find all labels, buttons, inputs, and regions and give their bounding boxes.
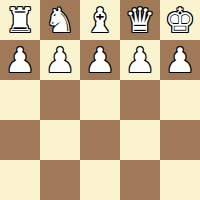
square-e2[interactable]: ♟ xyxy=(160,40,200,80)
square-d5[interactable] xyxy=(120,160,160,200)
square-a5[interactable] xyxy=(0,160,40,200)
square-d1[interactable]: ♛ xyxy=(120,0,160,40)
square-c2[interactable]: ♟ xyxy=(80,40,120,80)
white-knight-piece[interactable]: ♞ xyxy=(45,0,75,40)
square-b4[interactable] xyxy=(40,120,80,160)
square-a4[interactable] xyxy=(0,120,40,160)
square-a2[interactable]: ♟ xyxy=(0,40,40,80)
square-e3[interactable] xyxy=(160,80,200,120)
square-c3[interactable] xyxy=(80,80,120,120)
chess-board: ♜♞♝♛♚♟♟♟♟♟ xyxy=(0,0,200,200)
square-e5[interactable] xyxy=(160,160,200,200)
square-d3[interactable] xyxy=(120,80,160,120)
square-b3[interactable] xyxy=(40,80,80,120)
white-pawn-piece[interactable]: ♟ xyxy=(5,40,35,80)
white-bishop-piece[interactable]: ♝ xyxy=(85,0,115,40)
white-pawn-piece[interactable]: ♟ xyxy=(165,40,195,80)
white-queen-piece[interactable]: ♛ xyxy=(125,0,155,40)
square-e4[interactable] xyxy=(160,120,200,160)
white-king-piece[interactable]: ♚ xyxy=(165,0,195,40)
square-b1[interactable]: ♞ xyxy=(40,0,80,40)
square-d2[interactable]: ♟ xyxy=(120,40,160,80)
square-b2[interactable]: ♟ xyxy=(40,40,80,80)
square-c1[interactable]: ♝ xyxy=(80,0,120,40)
square-a3[interactable] xyxy=(0,80,40,120)
square-d4[interactable] xyxy=(120,120,160,160)
square-e1[interactable]: ♚ xyxy=(160,0,200,40)
white-pawn-piece[interactable]: ♟ xyxy=(125,40,155,80)
square-a1[interactable]: ♜ xyxy=(0,0,40,40)
white-rook-piece[interactable]: ♜ xyxy=(5,0,35,40)
square-c5[interactable] xyxy=(80,160,120,200)
white-pawn-piece[interactable]: ♟ xyxy=(85,40,115,80)
white-pawn-piece[interactable]: ♟ xyxy=(45,40,75,80)
square-b5[interactable] xyxy=(40,160,80,200)
square-c4[interactable] xyxy=(80,120,120,160)
